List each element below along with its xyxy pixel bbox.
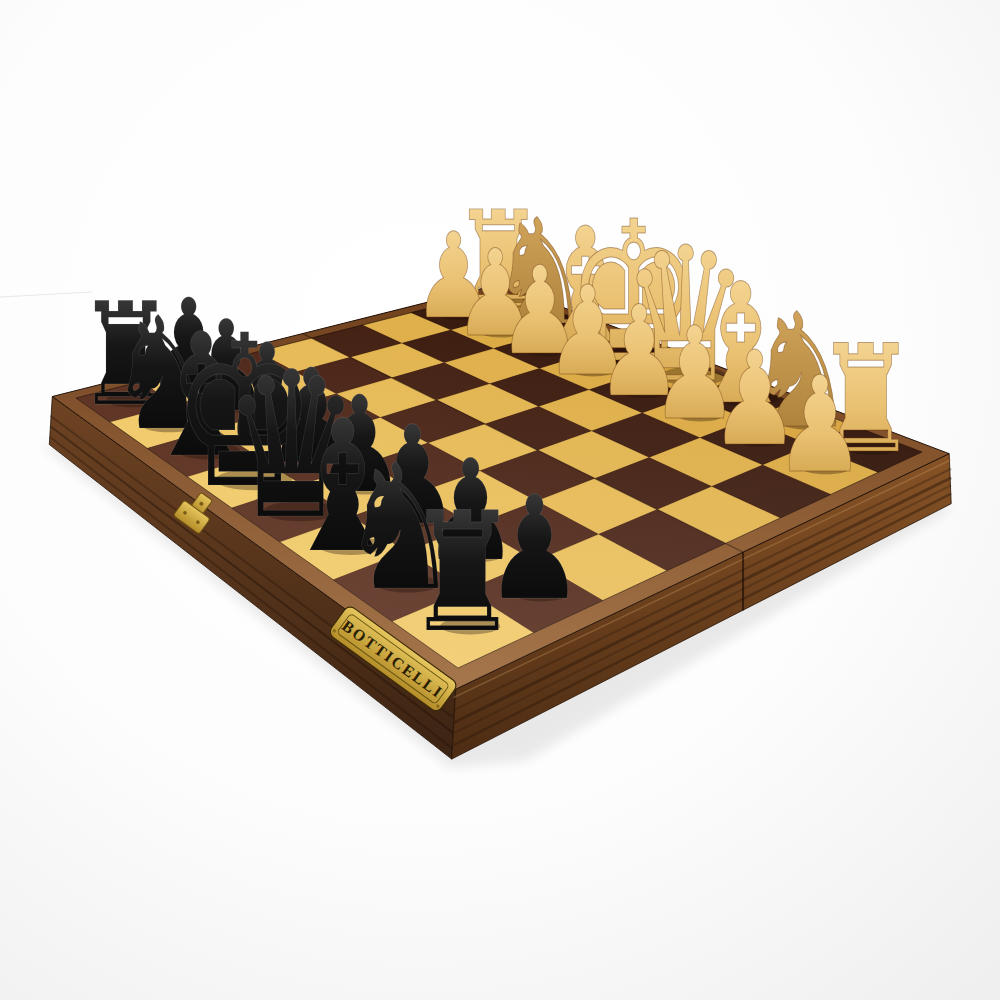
chess-set-photo: BOTTICELLI ♜♞♝♚♛♝♞♜♟♟♟♟♟♟♟♟♟♟♟♟♟♟♟♟♜♞♝♚♛… <box>0 0 1000 1000</box>
piece-white-pawn-a2: ♟ <box>774 348 866 502</box>
product-photo-stage: BOTTICELLI ♜♞♝♚♛♝♞♜♟♟♟♟♟♟♟♟♟♟♟♟♟♟♟♟♜♞♝♚♛… <box>0 0 1000 1000</box>
piece-black-rook-a8: ♜ <box>405 477 520 669</box>
